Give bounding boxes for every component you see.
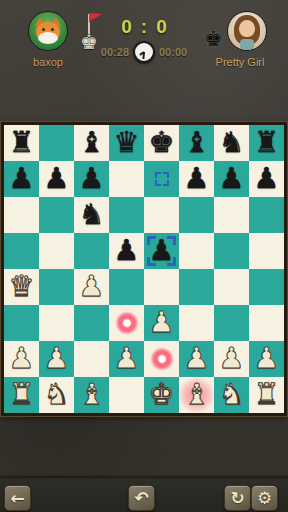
square-f7[interactable]: ♟ [179, 161, 214, 197]
square-c5[interactable] [74, 233, 109, 269]
white-knight: ♞ [214, 377, 249, 413]
square-g5[interactable] [214, 233, 249, 269]
score-left: 0 [121, 16, 132, 38]
square-e2[interactable] [144, 341, 179, 377]
header: ♚ baxop 0 : 0 00:28 00:00 ♚ Pretty Girl [0, 0, 288, 92]
square-h4[interactable] [249, 269, 284, 305]
white-pawn: ♟ [179, 341, 214, 377]
square-h2[interactable]: ♟ [249, 341, 284, 377]
square-c8[interactable]: ♝ [74, 125, 109, 161]
square-b5[interactable] [39, 233, 74, 269]
square-c3[interactable] [74, 305, 109, 341]
square-h5[interactable] [249, 233, 284, 269]
black-pawn: ♟ [39, 161, 74, 197]
square-a8[interactable]: ♜ [4, 125, 39, 161]
white-bishop: ♝ [74, 377, 109, 413]
square-d8[interactable]: ♛ [109, 125, 144, 161]
marker-corner [167, 257, 176, 266]
square-f5[interactable] [179, 233, 214, 269]
square-g4[interactable] [214, 269, 249, 305]
white-pawn: ♟ [109, 341, 144, 377]
black-pawn: ♟ [214, 161, 249, 197]
square-h6[interactable] [249, 197, 284, 233]
marker-corner [163, 180, 169, 186]
square-h3[interactable] [249, 305, 284, 341]
square-e8[interactable]: ♚ [144, 125, 179, 161]
black-bishop: ♝ [179, 125, 214, 161]
right-player-name: Pretty Girl [196, 56, 284, 68]
square-f6[interactable] [179, 197, 214, 233]
square-f3[interactable] [179, 305, 214, 341]
rotate-button[interactable]: ↻ [224, 485, 251, 511]
square-e4[interactable] [144, 269, 179, 305]
black-knight: ♞ [214, 125, 249, 161]
black-pawn: ♟ [4, 161, 39, 197]
square-f2[interactable]: ♟ [179, 341, 214, 377]
square-a5[interactable] [4, 233, 39, 269]
bottom-toolbar: ← ↶ ↻ ⚙ [0, 477, 288, 512]
square-a4[interactable]: ♛ [4, 269, 39, 305]
white-pawn: ♟ [249, 341, 284, 377]
black-knight: ♞ [74, 197, 109, 233]
square-f8[interactable]: ♝ [179, 125, 214, 161]
square-d4[interactable] [109, 269, 144, 305]
left-timer: 00:28 [101, 46, 129, 58]
square-g3[interactable] [214, 305, 249, 341]
white-pawn: ♟ [144, 305, 179, 341]
square-g8[interactable]: ♞ [214, 125, 249, 161]
white-rook: ♜ [249, 377, 284, 413]
marker-corner [147, 257, 156, 266]
square-b2[interactable]: ♟ [39, 341, 74, 377]
square-h1[interactable]: ♜ [249, 377, 284, 413]
square-a2[interactable]: ♟ [4, 341, 39, 377]
right-timer: 00:00 [159, 46, 187, 58]
square-d1[interactable] [109, 377, 144, 413]
square-f4[interactable] [179, 269, 214, 305]
square-b8[interactable] [39, 125, 74, 161]
black-queen: ♛ [109, 125, 144, 161]
black-pawn: ♟ [74, 161, 109, 197]
marker-corner [155, 180, 161, 186]
square-a7[interactable]: ♟ [4, 161, 39, 197]
clock-icon [133, 41, 155, 63]
white-pawn: ♟ [214, 341, 249, 377]
black-pawn: ♟ [249, 161, 284, 197]
black-pawn: ♟ [109, 233, 144, 269]
white-rook: ♜ [4, 377, 39, 413]
square-c7[interactable]: ♟ [74, 161, 109, 197]
square-d3[interactable] [109, 305, 144, 341]
square-b1[interactable]: ♞ [39, 377, 74, 413]
square-d5[interactable]: ♟ [109, 233, 144, 269]
square-a6[interactable] [4, 197, 39, 233]
chess-app-screen: ♚ baxop 0 : 0 00:28 00:00 ♚ Pretty Girl … [0, 0, 288, 512]
settings-button[interactable]: ⚙ [251, 485, 278, 511]
marker-corner [155, 172, 161, 178]
square-b6[interactable] [39, 197, 74, 233]
white-pawn: ♟ [39, 341, 74, 377]
last-move-marker [155, 172, 169, 186]
square-e1[interactable]: ♚ [144, 377, 179, 413]
white-pawn: ♟ [4, 341, 39, 377]
black-king-icon: ♚ [204, 29, 223, 50]
square-d7[interactable] [109, 161, 144, 197]
marker-corner [167, 236, 176, 245]
square-a1[interactable]: ♜ [4, 377, 39, 413]
girl-face-icon [239, 20, 255, 37]
girl-shirt-icon [240, 39, 254, 50]
square-h8[interactable]: ♜ [249, 125, 284, 161]
square-f1[interactable]: ♝ [179, 377, 214, 413]
last-move-marker [147, 236, 176, 266]
back-button[interactable]: ← [4, 485, 31, 511]
marker-corner [163, 172, 169, 178]
black-rook: ♜ [249, 125, 284, 161]
black-pawn: ♟ [179, 161, 214, 197]
board-frame: ♜♝♛♚♝♞♜♟♟♟♟♟♟♞♟♟♛♟♟♟♟♟♟♟♟♜♞♝♚♝♞♜ [1, 122, 287, 416]
white-bishop: ♝ [179, 377, 214, 413]
square-b7[interactable]: ♟ [39, 161, 74, 197]
square-b3[interactable] [39, 305, 74, 341]
square-g2[interactable]: ♟ [214, 341, 249, 377]
square-d6[interactable] [109, 197, 144, 233]
chess-board: ♜♝♛♚♝♞♜♟♟♟♟♟♟♞♟♟♛♟♟♟♟♟♟♟♟♜♞♝♚♝♞♜ [4, 125, 284, 413]
square-a3[interactable] [4, 305, 39, 341]
square-c6[interactable]: ♞ [74, 197, 109, 233]
square-c4[interactable]: ♟ [74, 269, 109, 305]
girl-avatar[interactable] [227, 11, 267, 51]
square-g6[interactable] [214, 197, 249, 233]
square-d2[interactable]: ♟ [109, 341, 144, 377]
square-e7[interactable] [144, 161, 179, 197]
score-separator: : [141, 16, 147, 38]
white-queen: ♛ [4, 269, 39, 305]
square-e3[interactable]: ♟ [144, 305, 179, 341]
black-rook: ♜ [4, 125, 39, 161]
black-bishop: ♝ [74, 125, 109, 161]
square-e6[interactable] [144, 197, 179, 233]
square-c1[interactable]: ♝ [74, 377, 109, 413]
square-g1[interactable]: ♞ [214, 377, 249, 413]
score-right: 0 [156, 16, 167, 38]
square-g7[interactable]: ♟ [214, 161, 249, 197]
square-e5[interactable]: ♟ [144, 233, 179, 269]
square-h7[interactable]: ♟ [249, 161, 284, 197]
white-pawn: ♟ [74, 269, 109, 305]
hint-dot [149, 346, 175, 372]
white-king: ♚ [144, 377, 179, 413]
hint-dot [114, 310, 140, 336]
square-c2[interactable] [74, 341, 109, 377]
undo-button[interactable]: ↶ [128, 485, 155, 511]
black-king: ♚ [144, 125, 179, 161]
white-knight: ♞ [39, 377, 74, 413]
square-b4[interactable] [39, 269, 74, 305]
marker-corner [147, 236, 156, 245]
